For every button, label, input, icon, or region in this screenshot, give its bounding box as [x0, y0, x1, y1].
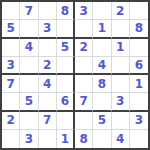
cell-r4c2[interactable] — [20, 57, 38, 75]
cell-r3c5[interactable]: 2 — [75, 39, 93, 57]
cell-r2c8[interactable]: 8 — [130, 20, 148, 38]
cell-r5c5[interactable] — [75, 75, 93, 93]
cell-r4c5[interactable] — [75, 57, 93, 75]
cell-r1c8[interactable] — [130, 2, 148, 20]
cell-r5c2[interactable] — [20, 75, 38, 93]
cell-r6c8[interactable] — [130, 93, 148, 111]
cell-r5c6[interactable]: 8 — [93, 75, 111, 93]
cell-r3c1[interactable] — [2, 39, 20, 57]
cell-r3c6[interactable] — [93, 39, 111, 57]
cell-r7c4[interactable] — [57, 112, 75, 130]
cell-r8c5[interactable]: 8 — [75, 130, 93, 148]
cell-r5c1[interactable]: 7 — [2, 75, 20, 93]
cell-r8c3[interactable] — [39, 130, 57, 148]
cell-r7c6[interactable]: 5 — [93, 112, 111, 130]
cell-r4c4[interactable] — [57, 57, 75, 75]
cell-r4c3[interactable]: 2 — [39, 57, 57, 75]
sudoku-board: 78325318452132467481567327533184 — [0, 0, 150, 150]
cell-r6c7[interactable]: 3 — [112, 93, 130, 111]
cell-r2c6[interactable]: 1 — [93, 20, 111, 38]
cell-r7c3[interactable]: 7 — [39, 112, 57, 130]
cell-r6c1[interactable] — [2, 93, 20, 111]
cell-r6c2[interactable]: 5 — [20, 93, 38, 111]
cell-r1c3[interactable] — [39, 2, 57, 20]
cell-r6c4[interactable]: 6 — [57, 93, 75, 111]
cell-r5c7[interactable] — [112, 75, 130, 93]
cell-r2c5[interactable] — [75, 20, 93, 38]
cell-r7c7[interactable] — [112, 112, 130, 130]
cell-r2c7[interactable] — [112, 20, 130, 38]
cell-r8c8[interactable] — [130, 130, 148, 148]
cell-r4c8[interactable]: 6 — [130, 57, 148, 75]
cell-r3c8[interactable] — [130, 39, 148, 57]
cell-r1c6[interactable] — [93, 2, 111, 20]
cell-r1c2[interactable]: 7 — [20, 2, 38, 20]
cell-r6c3[interactable] — [39, 93, 57, 111]
cell-r3c7[interactable]: 1 — [112, 39, 130, 57]
cell-r7c2[interactable] — [20, 112, 38, 130]
cell-r8c1[interactable] — [2, 130, 20, 148]
cell-r3c3[interactable] — [39, 39, 57, 57]
cell-r6c6[interactable] — [93, 93, 111, 111]
cell-r2c2[interactable] — [20, 20, 38, 38]
cell-r8c4[interactable]: 1 — [57, 130, 75, 148]
cell-r1c5[interactable]: 3 — [75, 2, 93, 20]
cell-r1c7[interactable]: 2 — [112, 2, 130, 20]
cell-r1c4[interactable]: 8 — [57, 2, 75, 20]
cell-r1c1[interactable] — [2, 2, 20, 20]
cell-r7c8[interactable]: 3 — [130, 112, 148, 130]
cell-r3c2[interactable]: 4 — [20, 39, 38, 57]
cell-r5c4[interactable] — [57, 75, 75, 93]
cell-r4c6[interactable]: 4 — [93, 57, 111, 75]
cell-r2c4[interactable] — [57, 20, 75, 38]
cell-r8c6[interactable] — [93, 130, 111, 148]
cell-r3c4[interactable]: 5 — [57, 39, 75, 57]
cell-r5c8[interactable]: 1 — [130, 75, 148, 93]
cell-r4c7[interactable] — [112, 57, 130, 75]
cell-r7c1[interactable]: 2 — [2, 112, 20, 130]
cell-r5c3[interactable]: 4 — [39, 75, 57, 93]
cell-r2c1[interactable]: 5 — [2, 20, 20, 38]
cell-r8c2[interactable]: 3 — [20, 130, 38, 148]
cell-r6c5[interactable]: 7 — [75, 93, 93, 111]
cell-r4c1[interactable]: 3 — [2, 57, 20, 75]
cell-r7c5[interactable] — [75, 112, 93, 130]
cell-r2c3[interactable]: 3 — [39, 20, 57, 38]
cell-r8c7[interactable]: 4 — [112, 130, 130, 148]
